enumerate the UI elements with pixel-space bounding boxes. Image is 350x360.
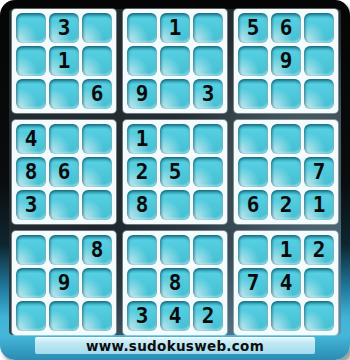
cell-r6c9-given: 1 [304,190,334,220]
cell-r1c8-given: 6 [271,13,301,43]
cell-r2c4-empty[interactable] [127,46,157,76]
box-3: 569 [234,9,338,113]
cell-r3c4-given: 9 [127,79,157,109]
cell-r2c8-given: 9 [271,46,301,76]
box-7: 89 [12,231,116,335]
cell-r2c5-empty[interactable] [160,46,190,76]
cell-r8c9-empty[interactable] [304,268,334,298]
cell-r6c7-given: 6 [238,190,268,220]
site-link[interactable]: www.sudokusweb.com [86,338,264,354]
cell-r5c3-empty[interactable] [82,157,112,187]
cell-r2c6-empty[interactable] [193,46,223,76]
cell-r8c7-given: 7 [238,268,268,298]
footer-band: www.sudokusweb.com [35,337,315,354]
cell-r3c8-empty[interactable] [271,79,301,109]
cell-r9c2-empty[interactable] [49,301,79,331]
cell-r3c2-empty[interactable] [49,79,79,109]
cell-r8c8-given: 4 [271,268,301,298]
cell-r3c1-empty[interactable] [16,79,46,109]
cell-r2c2-given: 1 [49,46,79,76]
cell-r7c1-empty[interactable] [16,235,46,265]
cell-r1c2-given: 3 [49,13,79,43]
cell-r4c5-empty[interactable] [160,124,190,154]
cell-r8c5-given: 8 [160,268,190,298]
cell-r5c7-empty[interactable] [238,157,268,187]
cell-r2c1-empty[interactable] [16,46,46,76]
box-9: 1274 [234,231,338,335]
cell-r7c2-empty[interactable] [49,235,79,265]
cell-r4c9-empty[interactable] [304,124,334,154]
cell-r7c8-given: 1 [271,235,301,265]
box-5: 1258 [123,120,227,224]
cell-r8c2-given: 9 [49,268,79,298]
cell-r1c3-empty[interactable] [82,13,112,43]
cell-r1c4-empty[interactable] [127,13,157,43]
cell-r4c6-empty[interactable] [193,124,223,154]
cell-r9c7-empty[interactable] [238,301,268,331]
sudoku-board: 3161935694863125876218983421274 [9,9,341,335]
cell-r7c9-given: 2 [304,235,334,265]
cell-r5c2-given: 6 [49,157,79,187]
cell-r4c3-empty[interactable] [82,124,112,154]
cell-r1c1-empty[interactable] [16,13,46,43]
sudoku-frame: 3161935694863125876218983421274 www.sudo… [0,0,350,360]
cell-r2c3-empty[interactable] [82,46,112,76]
cell-r4c4-given: 1 [127,124,157,154]
cell-r3c3-given: 6 [82,79,112,109]
cell-r6c5-empty[interactable] [160,190,190,220]
cell-r3c6-given: 3 [193,79,223,109]
cell-r9c6-given: 2 [193,301,223,331]
cell-r9c1-empty[interactable] [16,301,46,331]
cell-r1c6-empty[interactable] [193,13,223,43]
cell-r5c4-given: 2 [127,157,157,187]
box-6: 7621 [234,120,338,224]
cell-r9c4-given: 3 [127,301,157,331]
cell-r4c7-empty[interactable] [238,124,268,154]
cell-r9c9-empty[interactable] [304,301,334,331]
cell-r4c8-empty[interactable] [271,124,301,154]
cell-r4c1-given: 4 [16,124,46,154]
cell-r9c8-empty[interactable] [271,301,301,331]
cell-r7c7-empty[interactable] [238,235,268,265]
cell-r6c3-empty[interactable] [82,190,112,220]
cell-r8c4-empty[interactable] [127,268,157,298]
cell-r2c9-empty[interactable] [304,46,334,76]
cell-r5c5-given: 5 [160,157,190,187]
cell-r8c6-empty[interactable] [193,268,223,298]
cell-r6c2-empty[interactable] [49,190,79,220]
cell-r4c2-empty[interactable] [49,124,79,154]
cell-r5c1-given: 8 [16,157,46,187]
cell-r5c9-given: 7 [304,157,334,187]
cell-r7c5-empty[interactable] [160,235,190,265]
cell-r6c1-given: 3 [16,190,46,220]
cell-r5c6-empty[interactable] [193,157,223,187]
cell-r8c1-empty[interactable] [16,268,46,298]
cell-r9c5-given: 4 [160,301,190,331]
cell-r3c5-empty[interactable] [160,79,190,109]
cell-r3c7-empty[interactable] [238,79,268,109]
cell-r5c8-empty[interactable] [271,157,301,187]
box-8: 8342 [123,231,227,335]
cell-r6c6-empty[interactable] [193,190,223,220]
cell-r7c4-empty[interactable] [127,235,157,265]
cell-r6c8-given: 2 [271,190,301,220]
cell-r1c5-given: 1 [160,13,190,43]
cell-r6c4-given: 8 [127,190,157,220]
box-4: 4863 [12,120,116,224]
cell-r7c3-given: 8 [82,235,112,265]
cell-r9c3-empty[interactable] [82,301,112,331]
cell-r1c7-given: 5 [238,13,268,43]
cell-r1c9-empty[interactable] [304,13,334,43]
cell-r2c7-empty[interactable] [238,46,268,76]
box-1: 316 [12,9,116,113]
cell-r3c9-empty[interactable] [304,79,334,109]
cell-r8c3-empty[interactable] [82,268,112,298]
cell-r7c6-empty[interactable] [193,235,223,265]
box-2: 193 [123,9,227,113]
